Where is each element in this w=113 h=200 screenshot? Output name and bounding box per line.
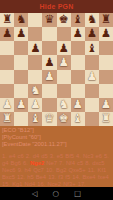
black-bishop: ♝ — [87, 43, 97, 55]
square-h4[interactable] — [99, 70, 113, 84]
square-a7[interactable]: ♟ — [0, 27, 14, 41]
top-bar: Hide PGN — [0, 0, 113, 13]
square-c2[interactable]: ♟ — [28, 98, 42, 112]
chess-app-screen: Hide PGN ♜♞♛♚♝♞♜♟♟♟♟♟♟♟♝♟♟♟♟♞♟♟♟♞♟♟♜♝♛♚♝… — [0, 0, 113, 200]
square-b3[interactable] — [14, 84, 28, 98]
square-d3[interactable] — [42, 84, 56, 98]
square-a5[interactable] — [0, 55, 14, 69]
square-a1[interactable]: ♜ — [0, 112, 14, 126]
pgn-tag-eventdate: [EventDate "2001.11.27"] — [2, 141, 111, 148]
square-d1[interactable]: ♛ — [42, 112, 56, 126]
black-queen: ♛ — [44, 14, 54, 26]
square-h2[interactable]: ♟ — [99, 98, 113, 112]
square-c3[interactable]: ♞ — [28, 84, 42, 98]
white-queen: ♛ — [44, 113, 54, 125]
black-king: ♚ — [58, 14, 68, 26]
black-bishop: ♝ — [73, 14, 83, 26]
square-d4[interactable]: ♟ — [42, 70, 56, 84]
white-rook: ♜ — [2, 113, 12, 125]
black-rook: ♜ — [101, 14, 111, 26]
white-pawn: ♟ — [73, 99, 83, 111]
square-d5[interactable]: ♟ — [42, 55, 56, 69]
square-d2[interactable] — [42, 98, 56, 112]
square-a2[interactable]: ♟ — [0, 98, 14, 112]
square-f3[interactable] — [71, 84, 85, 98]
white-bishop: ♝ — [73, 113, 83, 125]
square-a3[interactable] — [0, 84, 14, 98]
black-knight: ♞ — [16, 14, 26, 26]
square-e1[interactable]: ♚ — [57, 112, 71, 126]
square-e4[interactable] — [57, 70, 71, 84]
square-a4[interactable] — [0, 70, 14, 84]
black-pawn: ♟ — [2, 28, 12, 40]
square-f5[interactable] — [71, 55, 85, 69]
back-icon[interactable]: ◁ — [32, 190, 38, 198]
square-f1[interactable]: ♝ — [71, 112, 85, 126]
chess-board[interactable]: ♜♞♛♚♝♞♜♟♟♟♟♟♟♟♝♟♟♟♟♞♟♟♟♞♟♟♜♝♛♚♝♜ — [0, 13, 113, 126]
white-pawn: ♟ — [2, 99, 12, 111]
square-d8[interactable]: ♛ — [42, 13, 56, 27]
square-h3[interactable] — [99, 84, 113, 98]
square-e2[interactable]: ♞ — [57, 98, 71, 112]
square-f7[interactable]: ♟ — [71, 27, 85, 41]
white-bishop: ♝ — [30, 113, 40, 125]
hide-pgn-button[interactable]: Hide PGN — [40, 3, 74, 10]
black-pawn: ♟ — [101, 28, 111, 40]
square-b6[interactable] — [14, 41, 28, 55]
white-pawn: ♟ — [30, 99, 40, 111]
black-rook: ♜ — [2, 14, 12, 26]
square-b4[interactable] — [14, 70, 28, 84]
white-pawn: ♟ — [44, 71, 54, 83]
black-pawn: ♟ — [58, 43, 68, 55]
black-pawn: ♟ — [87, 28, 97, 40]
square-e3[interactable] — [57, 84, 71, 98]
square-e8[interactable]: ♚ — [57, 13, 71, 27]
black-knight: ♞ — [87, 14, 97, 26]
recents-icon[interactable]: □ — [74, 190, 81, 198]
white-pawn: ♟ — [87, 71, 97, 83]
square-g2[interactable] — [85, 98, 99, 112]
square-f8[interactable]: ♝ — [71, 13, 85, 27]
square-h8[interactable]: ♜ — [99, 13, 113, 27]
white-king: ♚ — [58, 113, 68, 125]
square-c4[interactable] — [28, 70, 42, 84]
white-knight: ♞ — [30, 85, 40, 97]
white-pawn: ♟ — [58, 57, 68, 69]
square-g7[interactable]: ♟ — [85, 27, 99, 41]
square-g1[interactable] — [85, 112, 99, 126]
square-a8[interactable]: ♜ — [0, 13, 14, 27]
pgn-tag-eco: [ECO "B12"] — [2, 127, 111, 134]
square-f4[interactable] — [71, 70, 85, 84]
square-c1[interactable]: ♝ — [28, 112, 42, 126]
square-h6[interactable] — [99, 41, 113, 55]
square-g5[interactable] — [85, 55, 99, 69]
square-b7[interactable]: ♟ — [14, 27, 28, 41]
android-nav-bar: ◁ ○ □ — [0, 187, 113, 200]
black-pawn: ♟ — [73, 28, 83, 40]
square-c6[interactable]: ♟ — [28, 41, 42, 55]
square-f2[interactable]: ♟ — [71, 98, 85, 112]
square-g3[interactable] — [85, 84, 99, 98]
square-g6[interactable]: ♝ — [85, 41, 99, 55]
square-e5[interactable]: ♟ — [57, 55, 71, 69]
square-c5[interactable] — [28, 55, 42, 69]
white-knight: ♞ — [58, 99, 68, 111]
pgn-panel: [ECO "B12"] [PlyCount "60"] [EventDate "… — [0, 126, 113, 188]
square-f6[interactable] — [71, 41, 85, 55]
square-b5[interactable] — [14, 55, 28, 69]
white-rook: ♜ — [101, 113, 111, 125]
square-b1[interactable] — [14, 112, 28, 126]
black-pawn: ♟ — [30, 43, 40, 55]
pgn-move-list: 1. e4 c6 2. d4 d5 3. e5 Bf5 4. Nc3 e6 5.… — [2, 153, 111, 188]
square-g8[interactable]: ♞ — [85, 13, 99, 27]
square-a6[interactable] — [0, 41, 14, 55]
black-pawn: ♟ — [44, 57, 54, 69]
square-c8[interactable] — [28, 13, 42, 27]
square-e7[interactable] — [57, 27, 71, 41]
white-pawn: ♟ — [16, 99, 26, 111]
square-d7[interactable] — [42, 27, 56, 41]
square-h5[interactable] — [99, 55, 113, 69]
white-pawn: ♟ — [101, 99, 111, 111]
square-g4[interactable]: ♟ — [85, 70, 99, 84]
black-pawn: ♟ — [16, 28, 26, 40]
home-icon[interactable]: ○ — [53, 190, 60, 198]
square-h7[interactable]: ♟ — [99, 27, 113, 41]
square-h1[interactable]: ♜ — [99, 112, 113, 126]
current-move[interactable]: Nge2 — [30, 160, 44, 166]
square-e6[interactable]: ♟ — [57, 41, 71, 55]
square-c7[interactable] — [28, 27, 42, 41]
pgn-tag-plycount: [PlyCount "60"] — [2, 134, 111, 141]
square-b2[interactable]: ♟ — [14, 98, 28, 112]
square-d6[interactable] — [42, 41, 56, 55]
square-b8[interactable]: ♞ — [14, 13, 28, 27]
